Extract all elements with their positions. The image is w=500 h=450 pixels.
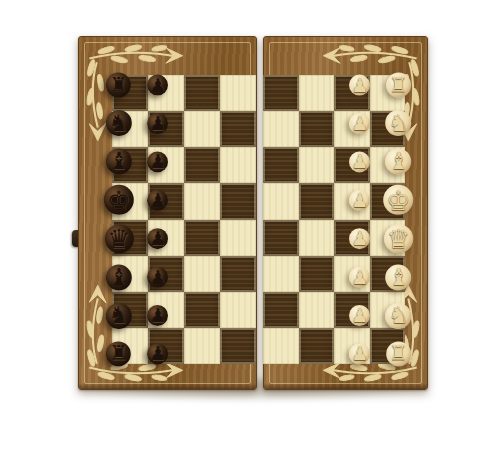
white-pawn-piece[interactable]: ♟ — [351, 191, 368, 210]
bishop-glyph-icon: ♝ — [388, 150, 409, 173]
king-glyph-icon: ♚ — [107, 187, 131, 214]
white-rook-piece[interactable]: ♜ — [389, 344, 408, 365]
rook-glyph-icon: ♜ — [389, 344, 408, 365]
square-f2[interactable]: ♟ — [334, 147, 370, 183]
white-pawn-piece[interactable]: ♟ — [351, 268, 368, 287]
pawn-glyph-icon: ♟ — [351, 114, 368, 133]
square-b3[interactable] — [299, 292, 335, 328]
black-rook-piece[interactable]: ♜ — [109, 344, 128, 365]
pawn-glyph-icon: ♟ — [351, 75, 368, 94]
white-pawn-piece[interactable]: ♟ — [351, 75, 368, 94]
white-pawn-piece[interactable]: ♟ — [351, 229, 368, 248]
rook-glyph-icon: ♜ — [109, 74, 128, 95]
square-a7[interactable]: ♟ — [148, 328, 184, 364]
black-bishop-piece[interactable]: ♝ — [108, 266, 129, 289]
black-pawn-piece[interactable]: ♟ — [149, 75, 166, 94]
pawn-glyph-icon: ♟ — [149, 345, 166, 364]
pawn-glyph-icon: ♟ — [149, 191, 166, 210]
square-d2[interactable]: ♟ — [334, 220, 370, 256]
black-king-piece[interactable]: ♚ — [107, 187, 131, 214]
queen-glyph-icon: ♛ — [387, 226, 410, 252]
knight-glyph-icon: ♞ — [108, 112, 129, 135]
white-pawn-piece[interactable]: ♟ — [351, 114, 368, 133]
white-pawn-piece[interactable]: ♟ — [351, 152, 368, 171]
square-d5[interactable] — [220, 220, 256, 256]
queen-glyph-icon: ♛ — [107, 226, 130, 252]
white-knight-piece[interactable]: ♞ — [388, 304, 409, 327]
square-g6[interactable] — [184, 111, 220, 147]
square-f8[interactable]: ♝ — [112, 147, 148, 183]
rook-glyph-icon: ♜ — [109, 344, 128, 365]
bishop-glyph-icon: ♝ — [108, 150, 129, 173]
pawn-glyph-icon: ♟ — [351, 306, 368, 325]
white-king-piece[interactable]: ♚ — [386, 187, 410, 214]
product-photo: ♜♟♟♜♞♟♟♞♝♟♟♝♚♟♟♚♛♟♟♛♝♟♟♝♞♟♟♞♜♟♟♜ — [0, 0, 500, 450]
pawn-glyph-icon: ♟ — [149, 229, 166, 248]
pawn-glyph-icon: ♟ — [351, 268, 368, 287]
square-a5[interactable] — [220, 328, 256, 364]
square-f6[interactable] — [184, 147, 220, 183]
white-bishop-piece[interactable]: ♝ — [388, 150, 409, 173]
white-knight-piece[interactable]: ♞ — [388, 112, 409, 135]
knight-glyph-icon: ♞ — [108, 304, 129, 327]
square-g4[interactable] — [263, 111, 299, 147]
pawn-glyph-icon: ♟ — [149, 114, 166, 133]
square-c6[interactable] — [184, 256, 220, 292]
square-b7[interactable]: ♟ — [148, 292, 184, 328]
white-rook-piece[interactable]: ♜ — [389, 74, 408, 95]
square-d1[interactable]: ♛ — [370, 220, 406, 256]
square-d7[interactable]: ♟ — [148, 220, 184, 256]
pawn-glyph-icon: ♟ — [351, 345, 368, 364]
square-b8[interactable]: ♞ — [112, 292, 148, 328]
square-f3[interactable] — [299, 147, 335, 183]
black-pawn-piece[interactable]: ♟ — [149, 345, 166, 364]
square-f4[interactable] — [263, 147, 299, 183]
square-b6[interactable] — [184, 292, 220, 328]
pawn-glyph-icon: ♟ — [149, 152, 166, 171]
square-h7[interactable]: ♟ — [148, 75, 184, 111]
square-e6[interactable] — [184, 183, 220, 219]
chess-board: ♜♟♟♜♞♟♟♞♝♟♟♝♚♟♟♚♛♟♟♛♝♟♟♝♞♟♟♞♜♟♟♜ — [78, 36, 428, 390]
square-c7[interactable]: ♟ — [148, 256, 184, 292]
pawn-glyph-icon: ♟ — [149, 75, 166, 94]
black-pawn-piece[interactable]: ♟ — [149, 114, 166, 133]
square-e7[interactable]: ♟ — [148, 183, 184, 219]
square-b5[interactable] — [220, 292, 256, 328]
square-c2[interactable]: ♟ — [334, 256, 370, 292]
black-pawn-piece[interactable]: ♟ — [149, 229, 166, 248]
square-c4[interactable] — [263, 256, 299, 292]
square-d3[interactable] — [299, 220, 335, 256]
black-rook-piece[interactable]: ♜ — [109, 74, 128, 95]
square-a2[interactable]: ♟ — [334, 328, 370, 364]
white-bishop-piece[interactable]: ♝ — [388, 266, 409, 289]
square-e2[interactable]: ♟ — [334, 183, 370, 219]
square-e4[interactable] — [263, 183, 299, 219]
square-d4[interactable] — [263, 220, 299, 256]
square-h2[interactable]: ♟ — [334, 75, 370, 111]
square-a1[interactable]: ♜ — [370, 328, 406, 364]
pawn-glyph-icon: ♟ — [149, 268, 166, 287]
square-e3[interactable] — [299, 183, 335, 219]
pawn-glyph-icon: ♟ — [149, 306, 166, 325]
bishop-glyph-icon: ♝ — [108, 266, 129, 289]
square-a3[interactable] — [299, 328, 335, 364]
black-queen-piece[interactable]: ♛ — [107, 226, 130, 252]
square-h8[interactable]: ♜ — [112, 75, 148, 111]
square-d6[interactable] — [184, 220, 220, 256]
square-g7[interactable]: ♟ — [148, 111, 184, 147]
knight-glyph-icon: ♞ — [388, 112, 409, 135]
black-pawn-piece[interactable]: ♟ — [149, 306, 166, 325]
square-f1[interactable]: ♝ — [370, 147, 406, 183]
king-glyph-icon: ♚ — [386, 187, 410, 214]
square-c1[interactable]: ♝ — [370, 256, 406, 292]
square-d8[interactable]: ♛ — [112, 220, 148, 256]
black-pawn-piece[interactable]: ♟ — [149, 152, 166, 171]
knight-glyph-icon: ♞ — [388, 304, 409, 327]
black-bishop-piece[interactable]: ♝ — [108, 150, 129, 173]
square-c5[interactable] — [220, 256, 256, 292]
pawn-glyph-icon: ♟ — [351, 191, 368, 210]
square-h3[interactable] — [299, 75, 335, 111]
square-h1[interactable]: ♜ — [370, 75, 406, 111]
pawn-glyph-icon: ♟ — [351, 152, 368, 171]
square-a6[interactable] — [184, 328, 220, 364]
white-queen-piece[interactable]: ♛ — [387, 226, 410, 252]
square-e8[interactable]: ♚ — [112, 183, 148, 219]
black-knight-piece[interactable]: ♞ — [108, 304, 129, 327]
square-b1[interactable]: ♞ — [370, 292, 406, 328]
square-a8[interactable]: ♜ — [112, 328, 148, 364]
square-g2[interactable]: ♟ — [334, 111, 370, 147]
square-f7[interactable]: ♟ — [148, 147, 184, 183]
square-g3[interactable] — [299, 111, 335, 147]
square-e5[interactable] — [220, 183, 256, 219]
square-g8[interactable]: ♞ — [112, 111, 148, 147]
square-g5[interactable] — [220, 111, 256, 147]
rook-glyph-icon: ♜ — [389, 74, 408, 95]
square-c3[interactable] — [299, 256, 335, 292]
square-f5[interactable] — [220, 147, 256, 183]
square-g1[interactable]: ♞ — [370, 111, 406, 147]
pawn-glyph-icon: ♟ — [351, 229, 368, 248]
square-b4[interactable] — [263, 292, 299, 328]
white-pawn-piece[interactable]: ♟ — [351, 306, 368, 325]
square-h4[interactable] — [263, 75, 299, 111]
white-pawn-piece[interactable]: ♟ — [351, 345, 368, 364]
square-h5[interactable] — [220, 75, 256, 111]
square-b2[interactable]: ♟ — [334, 292, 370, 328]
bishop-glyph-icon: ♝ — [388, 266, 409, 289]
square-e1[interactable]: ♚ — [370, 183, 406, 219]
black-pawn-piece[interactable]: ♟ — [149, 191, 166, 210]
black-pawn-piece[interactable]: ♟ — [149, 268, 166, 287]
square-h6[interactable] — [184, 75, 220, 111]
square-c8[interactable]: ♝ — [112, 256, 148, 292]
black-knight-piece[interactable]: ♞ — [108, 112, 129, 135]
square-a4[interactable] — [263, 328, 299, 364]
playing-squares-grid: ♜♟♟♜♞♟♟♞♝♟♟♝♚♟♟♚♛♟♟♛♝♟♟♝♞♟♟♞♜♟♟♜ — [112, 75, 405, 364]
